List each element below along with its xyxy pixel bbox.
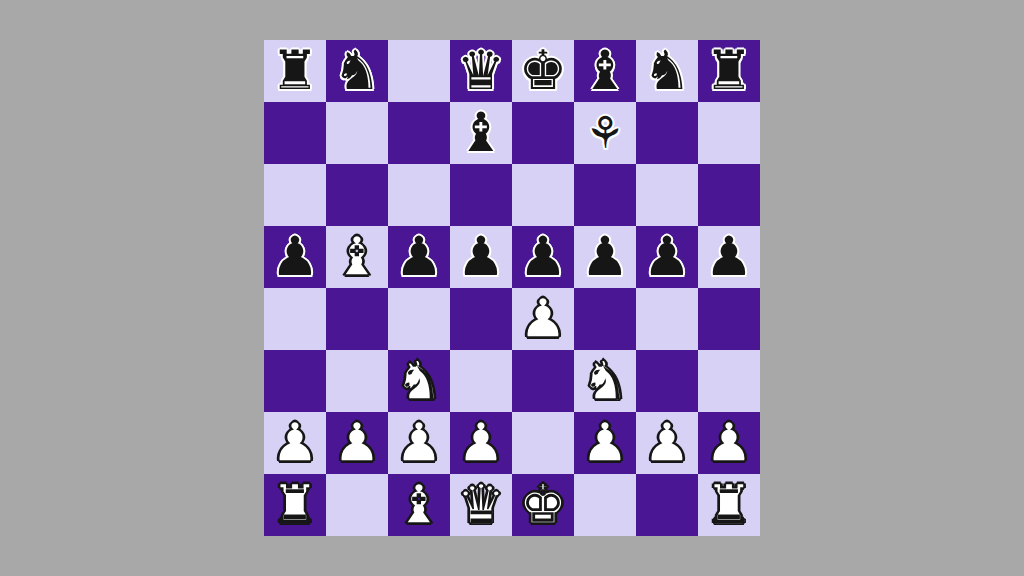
piece-white-pawn-e4[interactable]: ♟ bbox=[512, 288, 574, 350]
square-h1[interactable]: ♜ bbox=[698, 474, 760, 536]
square-f2[interactable]: ♟ bbox=[574, 412, 636, 474]
piece-black-queen-d8[interactable]: ♛ bbox=[450, 40, 512, 102]
square-f3[interactable]: ♞ bbox=[574, 350, 636, 412]
square-b8[interactable]: ♞ bbox=[326, 40, 388, 102]
square-g6[interactable] bbox=[636, 164, 698, 226]
square-b6[interactable] bbox=[326, 164, 388, 226]
piece-black-rook-h8[interactable]: ♜ bbox=[698, 40, 760, 102]
piece-white-rook-h1[interactable]: ♜ bbox=[698, 474, 760, 536]
square-f6[interactable] bbox=[574, 164, 636, 226]
square-c3[interactable]: ♞ bbox=[388, 350, 450, 412]
square-e2[interactable] bbox=[512, 412, 574, 474]
square-f7[interactable]: ⚘ bbox=[574, 102, 636, 164]
square-a8[interactable]: ♜ bbox=[264, 40, 326, 102]
square-d8[interactable]: ♛ bbox=[450, 40, 512, 102]
piece-black-knight-g8[interactable]: ♞ bbox=[636, 40, 698, 102]
square-f5[interactable]: ♟ bbox=[574, 226, 636, 288]
piece-white-pawn-a2[interactable]: ♟ bbox=[264, 412, 326, 474]
square-e8[interactable]: ♚ bbox=[512, 40, 574, 102]
square-c4[interactable] bbox=[388, 288, 450, 350]
square-h4[interactable] bbox=[698, 288, 760, 350]
piece-black-pawn-a5[interactable]: ♟ bbox=[264, 226, 326, 288]
square-b3[interactable] bbox=[326, 350, 388, 412]
piece-white-bishop-b5[interactable]: ♝ bbox=[326, 226, 388, 288]
square-a1[interactable]: ♜ bbox=[264, 474, 326, 536]
square-a2[interactable]: ♟ bbox=[264, 412, 326, 474]
square-d3[interactable] bbox=[450, 350, 512, 412]
square-a4[interactable] bbox=[264, 288, 326, 350]
square-g5[interactable]: ♟ bbox=[636, 226, 698, 288]
square-g4[interactable] bbox=[636, 288, 698, 350]
square-h7[interactable] bbox=[698, 102, 760, 164]
square-d2[interactable]: ♟ bbox=[450, 412, 512, 474]
square-e3[interactable] bbox=[512, 350, 574, 412]
square-g1[interactable] bbox=[636, 474, 698, 536]
square-e4[interactable]: ♟ bbox=[512, 288, 574, 350]
square-c7[interactable] bbox=[388, 102, 450, 164]
square-e5[interactable]: ♟ bbox=[512, 226, 574, 288]
square-d4[interactable] bbox=[450, 288, 512, 350]
piece-black-pawn-c5[interactable]: ♟ bbox=[388, 226, 450, 288]
square-c5[interactable]: ♟ bbox=[388, 226, 450, 288]
square-g7[interactable] bbox=[636, 102, 698, 164]
square-h6[interactable] bbox=[698, 164, 760, 226]
square-e6[interactable] bbox=[512, 164, 574, 226]
piece-black-pawn-d5[interactable]: ♟ bbox=[450, 226, 512, 288]
piece-white-pawn-b2[interactable]: ♟ bbox=[326, 412, 388, 474]
square-a3[interactable] bbox=[264, 350, 326, 412]
square-c2[interactable]: ♟ bbox=[388, 412, 450, 474]
piece-black-bishop-f8[interactable]: ♝ bbox=[574, 40, 636, 102]
piece-white-knight-c3[interactable]: ♞ bbox=[388, 350, 450, 412]
piece-white-bishop-c1[interactable]: ♝ bbox=[388, 474, 450, 536]
piece-black-king-e8[interactable]: ♚ bbox=[512, 40, 574, 102]
square-a5[interactable]: ♟ bbox=[264, 226, 326, 288]
piece-white-queen-d1[interactable]: ♛ bbox=[450, 474, 512, 536]
square-b4[interactable] bbox=[326, 288, 388, 350]
chess-board: ♜♞♛♚♝♞♜♝⚘♟♝♟♟♟♟♟♟♟♞♞♟♟♟♟♟♟♟♜♝♛♚♜ bbox=[264, 40, 760, 536]
square-c8[interactable] bbox=[388, 40, 450, 102]
square-f4[interactable] bbox=[574, 288, 636, 350]
square-e7[interactable] bbox=[512, 102, 574, 164]
square-d7[interactable]: ♝ bbox=[450, 102, 512, 164]
piece-black-sprout-f7[interactable]: ⚘ bbox=[574, 102, 636, 164]
square-f1[interactable] bbox=[574, 474, 636, 536]
square-h5[interactable]: ♟ bbox=[698, 226, 760, 288]
square-b5[interactable]: ♝ bbox=[326, 226, 388, 288]
square-h3[interactable] bbox=[698, 350, 760, 412]
square-a7[interactable] bbox=[264, 102, 326, 164]
square-h8[interactable]: ♜ bbox=[698, 40, 760, 102]
piece-white-pawn-c2[interactable]: ♟ bbox=[388, 412, 450, 474]
piece-black-knight-b8[interactable]: ♞ bbox=[326, 40, 388, 102]
square-g2[interactable]: ♟ bbox=[636, 412, 698, 474]
square-g8[interactable]: ♞ bbox=[636, 40, 698, 102]
square-d6[interactable] bbox=[450, 164, 512, 226]
square-b7[interactable] bbox=[326, 102, 388, 164]
piece-white-pawn-h2[interactable]: ♟ bbox=[698, 412, 760, 474]
piece-black-pawn-e5[interactable]: ♟ bbox=[512, 226, 574, 288]
piece-white-rook-a1[interactable]: ♜ bbox=[264, 474, 326, 536]
piece-white-pawn-g2[interactable]: ♟ bbox=[636, 412, 698, 474]
piece-white-pawn-f2[interactable]: ♟ bbox=[574, 412, 636, 474]
square-d1[interactable]: ♛ bbox=[450, 474, 512, 536]
square-h2[interactable]: ♟ bbox=[698, 412, 760, 474]
square-g3[interactable] bbox=[636, 350, 698, 412]
piece-white-knight-f3[interactable]: ♞ bbox=[574, 350, 636, 412]
square-e1[interactable]: ♚ bbox=[512, 474, 574, 536]
piece-black-bishop-d7[interactable]: ♝ bbox=[450, 102, 512, 164]
piece-black-pawn-f5[interactable]: ♟ bbox=[574, 226, 636, 288]
square-b2[interactable]: ♟ bbox=[326, 412, 388, 474]
square-a6[interactable] bbox=[264, 164, 326, 226]
piece-black-rook-a8[interactable]: ♜ bbox=[264, 40, 326, 102]
square-d5[interactable]: ♟ bbox=[450, 226, 512, 288]
piece-black-pawn-h5[interactable]: ♟ bbox=[698, 226, 760, 288]
square-c6[interactable] bbox=[388, 164, 450, 226]
square-b1[interactable] bbox=[326, 474, 388, 536]
square-f8[interactable]: ♝ bbox=[574, 40, 636, 102]
piece-black-pawn-g5[interactable]: ♟ bbox=[636, 226, 698, 288]
piece-white-king-e1[interactable]: ♚ bbox=[512, 474, 574, 536]
piece-white-pawn-d2[interactable]: ♟ bbox=[450, 412, 512, 474]
app-stage: ♜♞♛♚♝♞♜♝⚘♟♝♟♟♟♟♟♟♟♞♞♟♟♟♟♟♟♟♜♝♛♚♜ bbox=[0, 0, 1024, 576]
square-c1[interactable]: ♝ bbox=[388, 474, 450, 536]
